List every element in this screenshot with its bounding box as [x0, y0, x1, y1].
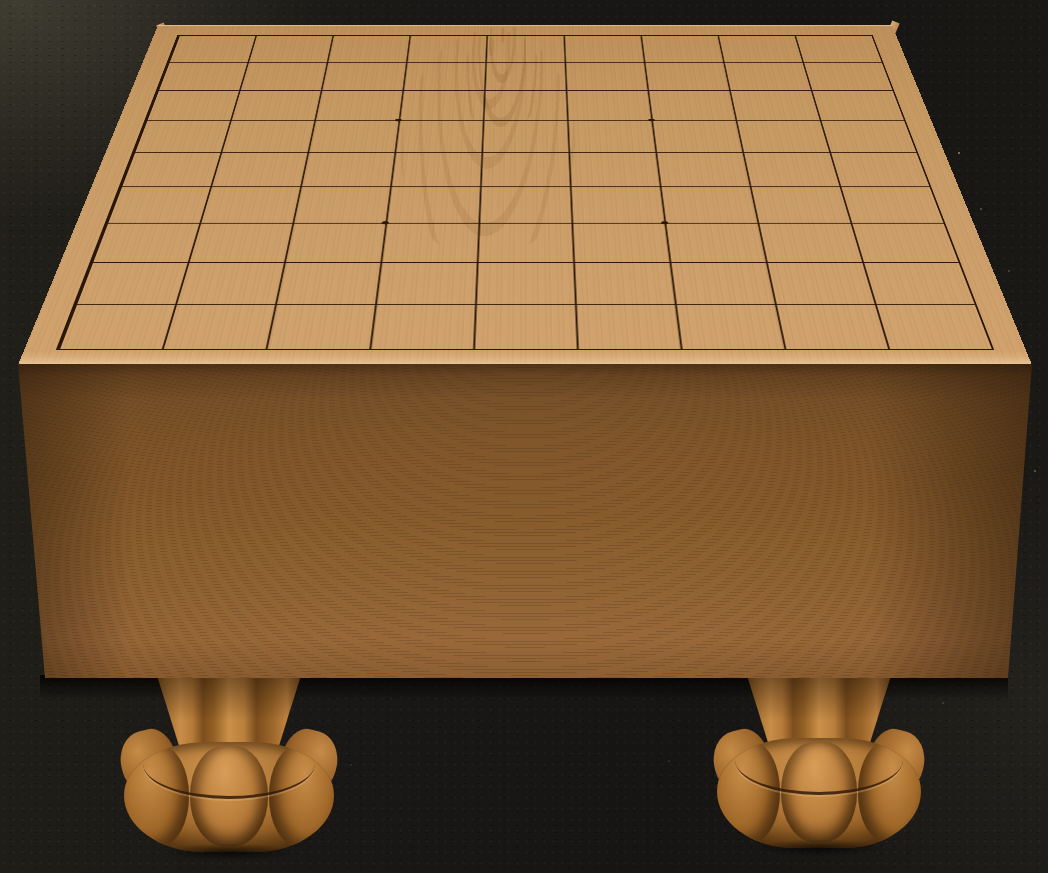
carpet-dust-specks	[958, 152, 960, 154]
board-leg-right	[718, 672, 920, 850]
leg-foot	[124, 742, 334, 852]
photo-scene	[0, 0, 1048, 873]
star-point	[661, 221, 668, 224]
star-point	[395, 119, 402, 122]
board-front-face	[18, 364, 1032, 678]
leg-foot	[717, 738, 921, 848]
front-edge-bevel	[18, 351, 1032, 365]
board-leg-left	[125, 672, 333, 854]
star-point	[382, 221, 389, 224]
star-point	[648, 119, 655, 122]
board-grid	[56, 35, 995, 350]
board-top-surface	[18, 25, 1032, 365]
